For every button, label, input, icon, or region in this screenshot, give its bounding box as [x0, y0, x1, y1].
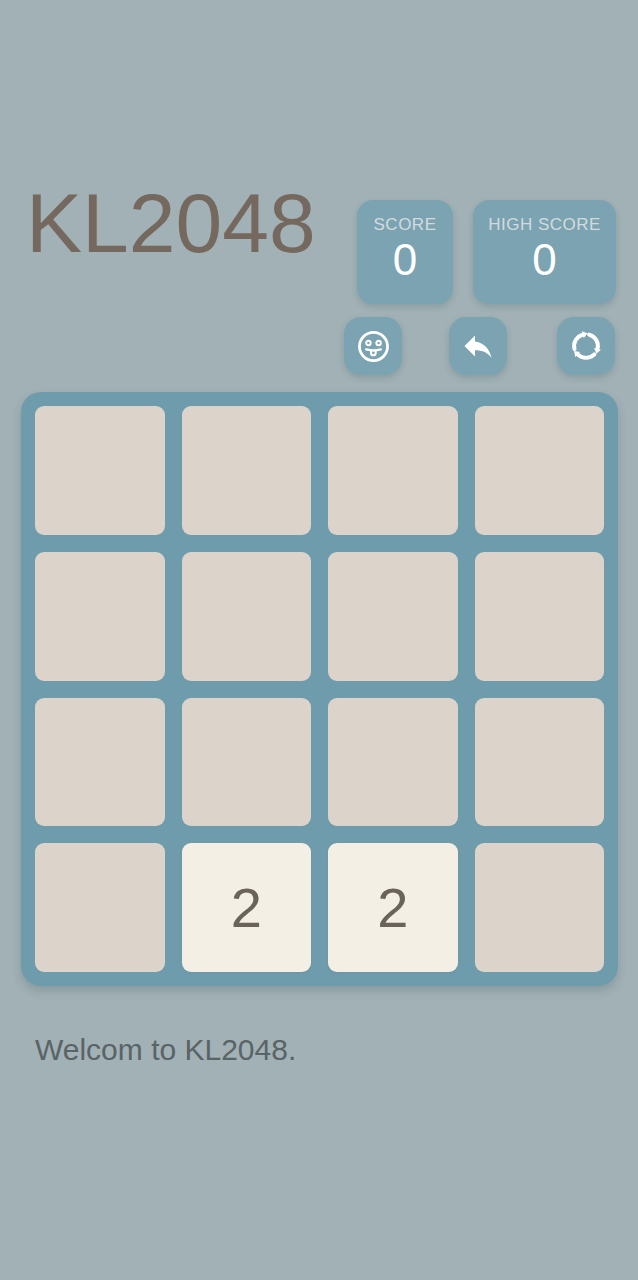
restart-button[interactable]: [557, 317, 615, 375]
tile-2: 2: [182, 843, 312, 972]
app-title: KL2048: [26, 181, 316, 265]
empty-cell: [328, 552, 458, 681]
tongue-out-smiley-icon: [355, 328, 392, 365]
tile-2: 2: [328, 843, 458, 972]
score-box: SCORE 0: [357, 200, 453, 304]
refresh-cycle-icon: [567, 327, 605, 365]
welcome-text: Welcom to KL2048.: [35, 1033, 296, 1067]
empty-cell: [475, 552, 605, 681]
empty-cell: [182, 406, 312, 535]
empty-cell: [35, 552, 165, 681]
empty-cell: [475, 698, 605, 827]
score-label: SCORE: [374, 215, 437, 235]
empty-cell: [35, 698, 165, 827]
high-score-label: HIGH SCORE: [488, 215, 601, 235]
board-grid[interactable]: 22: [21, 392, 618, 986]
undo-button[interactable]: [449, 317, 507, 375]
empty-cell: [182, 698, 312, 827]
undo-arrow-icon: [460, 328, 496, 364]
empty-cell: [328, 406, 458, 535]
mood-button[interactable]: [344, 317, 402, 375]
high-score-value: 0: [532, 238, 556, 282]
score-value: 0: [393, 238, 417, 282]
empty-cell: [328, 698, 458, 827]
empty-cell: [35, 406, 165, 535]
empty-cell: [182, 552, 312, 681]
empty-cell: [475, 843, 605, 972]
empty-cell: [475, 406, 605, 535]
empty-cell: [35, 843, 165, 972]
high-score-box: HIGH SCORE 0: [473, 200, 616, 304]
